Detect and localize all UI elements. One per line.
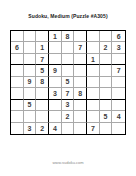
cell-r2c4-empty bbox=[49, 42, 62, 53]
cell-r5c9-empty bbox=[112, 77, 125, 88]
cell-r5c8-empty bbox=[100, 77, 113, 88]
footer-url: www.sudoku.com bbox=[0, 160, 136, 165]
cell-r7c2-given-5: 5 bbox=[24, 100, 37, 111]
cell-r3c8-empty bbox=[100, 54, 113, 65]
cell-r3c2-empty bbox=[24, 54, 37, 65]
cell-r5c4-empty bbox=[49, 77, 62, 88]
cell-r8c9-given-4: 4 bbox=[112, 111, 125, 122]
cell-r2c3-given-1: 1 bbox=[36, 42, 49, 53]
cell-r6c8-empty bbox=[100, 88, 113, 99]
cell-r9c7-given-7: 7 bbox=[87, 123, 100, 134]
cell-r8c5-given-2: 2 bbox=[62, 111, 75, 122]
cell-r8c6-empty bbox=[74, 111, 87, 122]
cell-r2c6-given-7: 7 bbox=[74, 42, 87, 53]
cell-r2c8-given-2: 2 bbox=[100, 42, 113, 53]
cell-r3c6-empty bbox=[74, 54, 87, 65]
cell-r1c7-empty bbox=[87, 31, 100, 42]
cell-r9c2-given-3: 3 bbox=[24, 123, 37, 134]
cell-r4c8-empty bbox=[100, 65, 113, 76]
cell-r8c2-empty bbox=[24, 111, 37, 122]
cell-r1c9-given-6: 6 bbox=[112, 31, 125, 42]
cell-r8c3-empty bbox=[36, 111, 49, 122]
cell-r8c7-empty bbox=[87, 111, 100, 122]
cell-r6c1-empty bbox=[11, 88, 24, 99]
cell-r1c1-empty bbox=[11, 31, 24, 42]
cell-r4c9-given-7: 7 bbox=[112, 65, 125, 76]
cell-r7c1-empty bbox=[11, 100, 24, 111]
cell-r4c6-empty bbox=[74, 65, 87, 76]
cell-r5c3-given-8: 8 bbox=[36, 77, 49, 88]
cell-r2c1-given-6: 6 bbox=[11, 42, 24, 53]
cell-r9c9-empty bbox=[112, 123, 125, 134]
cell-r7c3-empty bbox=[36, 100, 49, 111]
cell-r4c4-given-9: 9 bbox=[49, 65, 62, 76]
cell-r3c5-empty bbox=[62, 54, 75, 65]
cell-r6c3-empty bbox=[36, 88, 49, 99]
cell-r6c7-empty bbox=[87, 88, 100, 99]
cell-r7c6-empty bbox=[74, 100, 87, 111]
cell-r4c7-empty bbox=[87, 65, 100, 76]
cell-r8c8-given-5: 5 bbox=[100, 111, 113, 122]
cell-r7c9-empty bbox=[112, 100, 125, 111]
cell-r3c3-given-7: 7 bbox=[36, 54, 49, 65]
cell-r8c4-empty bbox=[49, 111, 62, 122]
cell-r6c6-given-8: 8 bbox=[74, 88, 87, 99]
page-title: Sudoku, Medium (Puzzle #A305) bbox=[0, 13, 136, 19]
cell-r1c3-empty bbox=[36, 31, 49, 42]
cell-r1c5-given-8: 8 bbox=[62, 31, 75, 42]
cell-r4c3-given-5: 5 bbox=[36, 65, 49, 76]
cell-r4c5-empty bbox=[62, 65, 75, 76]
cell-r1c4-given-1: 1 bbox=[49, 31, 62, 42]
cell-r8c1-empty bbox=[11, 111, 24, 122]
cell-r3c1-empty bbox=[11, 54, 24, 65]
cell-r3c7-given-1: 1 bbox=[87, 54, 100, 65]
sudoku-page: { "game": "sudoku", "difficulty": "Mediu… bbox=[0, 0, 136, 176]
cell-r6c2-empty bbox=[24, 88, 37, 99]
cell-r2c7-empty bbox=[87, 42, 100, 53]
cell-r7c4-empty bbox=[49, 100, 62, 111]
cell-r9c1-empty bbox=[11, 123, 24, 134]
cell-r7c7-empty bbox=[87, 100, 100, 111]
cell-r4c1-empty bbox=[11, 65, 24, 76]
cell-r9c8-empty bbox=[100, 123, 113, 134]
cell-r2c2-empty bbox=[24, 42, 37, 53]
cell-r2c9-given-3: 3 bbox=[112, 42, 125, 53]
cell-r5c5-given-5: 5 bbox=[62, 77, 75, 88]
cell-r5c2-given-9: 9 bbox=[24, 77, 37, 88]
cell-r7c8-empty bbox=[100, 100, 113, 111]
cell-r1c6-empty bbox=[74, 31, 87, 42]
cell-r3c4-empty bbox=[49, 54, 62, 65]
cell-r7c5-given-3: 3 bbox=[62, 100, 75, 111]
cell-r5c1-empty bbox=[11, 77, 24, 88]
cell-r5c6-empty bbox=[74, 77, 87, 88]
cell-r1c2-empty bbox=[24, 31, 37, 42]
cell-r6c9-empty bbox=[112, 88, 125, 99]
cell-r6c5-given-7: 7 bbox=[62, 88, 75, 99]
cell-r9c4-given-4: 4 bbox=[49, 123, 62, 134]
sudoku-board: 1866172371597985378532543247 bbox=[10, 30, 126, 135]
cell-r9c3-given-2: 2 bbox=[36, 123, 49, 134]
cell-r4c2-empty bbox=[24, 65, 37, 76]
cell-r5c7-empty bbox=[87, 77, 100, 88]
cell-r2c5-empty bbox=[62, 42, 75, 53]
cell-r1c8-empty bbox=[100, 31, 113, 42]
cell-r9c6-empty bbox=[74, 123, 87, 134]
cell-r6c4-given-3: 3 bbox=[49, 88, 62, 99]
cell-r9c5-empty bbox=[62, 123, 75, 134]
cell-r3c9-empty bbox=[112, 54, 125, 65]
